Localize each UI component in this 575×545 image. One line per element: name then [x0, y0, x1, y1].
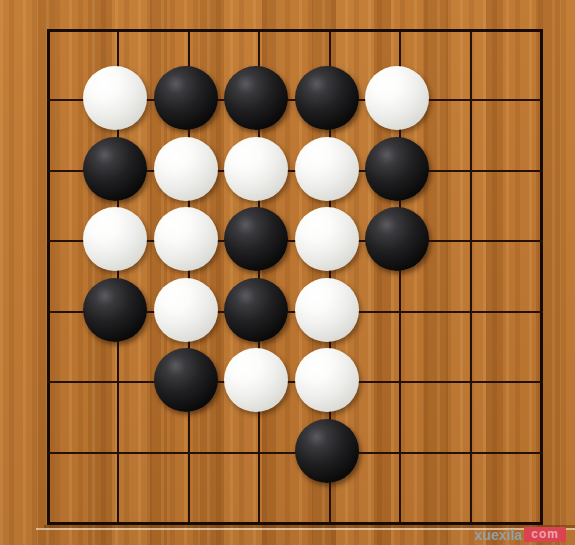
- white-stone: [365, 66, 429, 130]
- grid-line-vertical: [540, 29, 543, 525]
- white-stone: [154, 207, 218, 271]
- watermark-badge: com: [524, 527, 566, 542]
- white-stone: [154, 278, 218, 342]
- white-stone: [224, 348, 288, 412]
- white-stone: [295, 278, 359, 342]
- black-stone: [365, 137, 429, 201]
- grid-line-horizontal: [47, 29, 543, 32]
- black-stone: [83, 137, 147, 201]
- white-stone: [295, 137, 359, 201]
- white-stone: [295, 348, 359, 412]
- white-stone: [154, 137, 218, 201]
- black-stone: [295, 66, 359, 130]
- white-stone: [295, 207, 359, 271]
- watermark-text: xuexila: [475, 528, 522, 542]
- black-stone: [295, 419, 359, 483]
- grid-line-vertical: [47, 29, 50, 525]
- go-board: [48, 30, 541, 523]
- go-diagram: xuexila com: [0, 0, 575, 545]
- black-stone: [154, 66, 218, 130]
- white-stone: [83, 66, 147, 130]
- black-stone: [83, 278, 147, 342]
- white-stone: [224, 137, 288, 201]
- black-stone: [365, 207, 429, 271]
- black-stone: [224, 66, 288, 130]
- black-stone: [224, 207, 288, 271]
- black-stone: [224, 278, 288, 342]
- black-stone: [154, 348, 218, 412]
- white-stone: [83, 207, 147, 271]
- watermark: xuexila com: [475, 527, 566, 542]
- grid-line-vertical: [470, 29, 472, 525]
